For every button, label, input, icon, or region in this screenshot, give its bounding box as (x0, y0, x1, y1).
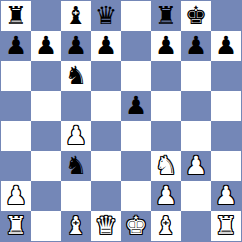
square-f6[interactable] (151, 61, 181, 91)
square-f7[interactable]: ♟ (151, 31, 181, 61)
square-a7[interactable]: ♟ (1, 31, 31, 61)
piece-black-rook: ♜ (155, 1, 177, 31)
square-e2[interactable] (121, 181, 151, 211)
square-e8[interactable] (121, 1, 151, 31)
square-c1[interactable]: ♝ (61, 211, 91, 241)
square-g7[interactable]: ♟ (181, 31, 211, 61)
square-c2[interactable] (61, 181, 91, 211)
square-a3[interactable] (1, 151, 31, 181)
square-h4[interactable] (211, 121, 241, 151)
square-g8[interactable]: ♚ (181, 1, 211, 31)
square-d5[interactable] (91, 91, 121, 121)
square-f1[interactable]: ♝ (151, 211, 181, 241)
square-h5[interactable] (211, 91, 241, 121)
square-b7[interactable]: ♟ (31, 31, 61, 61)
square-h1[interactable]: ♜ (211, 211, 241, 241)
piece-black-pawn: ♟ (125, 91, 147, 121)
square-b4[interactable] (31, 121, 61, 151)
square-f3[interactable]: ♞ (151, 151, 181, 181)
piece-black-queen: ♛ (95, 1, 117, 31)
square-b2[interactable] (31, 181, 61, 211)
square-d4[interactable] (91, 121, 121, 151)
piece-black-pawn: ♟ (95, 31, 117, 61)
square-g3[interactable]: ♟ (181, 151, 211, 181)
piece-white-pawn: ♟ (215, 181, 237, 211)
square-b6[interactable] (31, 61, 61, 91)
piece-white-king: ♚ (125, 211, 147, 241)
square-c5[interactable] (61, 91, 91, 121)
square-b3[interactable] (31, 151, 61, 181)
chess-board-wrap: ♜♝♛♜♚♟♟♟♟♟♟♟♞♟♟♞♞♟♟♟♟♜♝♛♚♝♜ (0, 0, 242, 242)
square-f4[interactable] (151, 121, 181, 151)
piece-black-knight: ♞ (65, 61, 87, 91)
piece-black-pawn: ♟ (65, 31, 87, 61)
square-e3[interactable] (121, 151, 151, 181)
square-e7[interactable] (121, 31, 151, 61)
piece-black-bishop: ♝ (65, 1, 87, 31)
piece-white-rook: ♜ (215, 211, 237, 241)
square-h8[interactable] (211, 1, 241, 31)
piece-white-pawn: ♟ (155, 181, 177, 211)
square-d8[interactable]: ♛ (91, 1, 121, 31)
square-b1[interactable] (31, 211, 61, 241)
square-c4[interactable]: ♟ (61, 121, 91, 151)
piece-black-pawn: ♟ (5, 31, 27, 61)
piece-white-bishop: ♝ (155, 211, 177, 241)
square-f2[interactable]: ♟ (151, 181, 181, 211)
piece-white-pawn: ♟ (65, 121, 87, 151)
piece-black-rook: ♜ (5, 1, 27, 31)
square-d6[interactable] (91, 61, 121, 91)
square-d1[interactable]: ♛ (91, 211, 121, 241)
piece-black-knight: ♞ (65, 151, 87, 181)
piece-black-pawn: ♟ (35, 31, 57, 61)
square-d2[interactable] (91, 181, 121, 211)
square-a2[interactable]: ♟ (1, 181, 31, 211)
square-g4[interactable] (181, 121, 211, 151)
square-e4[interactable] (121, 121, 151, 151)
square-g1[interactable] (181, 211, 211, 241)
square-f5[interactable] (151, 91, 181, 121)
square-a8[interactable]: ♜ (1, 1, 31, 31)
square-e6[interactable] (121, 61, 151, 91)
square-a1[interactable]: ♜ (1, 211, 31, 241)
square-a5[interactable] (1, 91, 31, 121)
square-h3[interactable] (211, 151, 241, 181)
square-h7[interactable]: ♟ (211, 31, 241, 61)
square-e1[interactable]: ♚ (121, 211, 151, 241)
square-a6[interactable] (1, 61, 31, 91)
square-e5[interactable]: ♟ (121, 91, 151, 121)
square-g6[interactable] (181, 61, 211, 91)
square-h2[interactable]: ♟ (211, 181, 241, 211)
piece-white-bishop: ♝ (65, 211, 87, 241)
piece-white-pawn: ♟ (185, 151, 207, 181)
piece-white-queen: ♛ (95, 211, 117, 241)
square-f8[interactable]: ♜ (151, 1, 181, 31)
square-c6[interactable]: ♞ (61, 61, 91, 91)
square-h6[interactable] (211, 61, 241, 91)
square-c7[interactable]: ♟ (61, 31, 91, 61)
piece-white-pawn: ♟ (5, 181, 27, 211)
piece-black-king: ♚ (185, 1, 207, 31)
piece-white-knight: ♞ (155, 151, 177, 181)
square-d3[interactable] (91, 151, 121, 181)
square-b8[interactable] (31, 1, 61, 31)
square-d7[interactable]: ♟ (91, 31, 121, 61)
square-a4[interactable] (1, 121, 31, 151)
square-c8[interactable]: ♝ (61, 1, 91, 31)
piece-black-pawn: ♟ (155, 31, 177, 61)
chess-board: ♜♝♛♜♚♟♟♟♟♟♟♟♞♟♟♞♞♟♟♟♟♜♝♛♚♝♜ (0, 0, 242, 242)
piece-white-rook: ♜ (5, 211, 27, 241)
piece-black-pawn: ♟ (185, 31, 207, 61)
square-b5[interactable] (31, 91, 61, 121)
square-g5[interactable] (181, 91, 211, 121)
piece-black-pawn: ♟ (215, 31, 237, 61)
square-c3[interactable]: ♞ (61, 151, 91, 181)
square-g2[interactable] (181, 181, 211, 211)
